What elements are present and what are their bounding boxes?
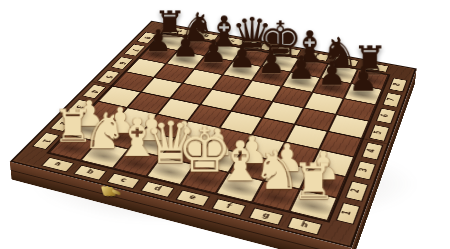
file-label-d: d xyxy=(140,180,174,196)
coordinate-label: h xyxy=(300,221,309,228)
file-label-a: a xyxy=(41,156,74,171)
rank-label-right-2: 2 xyxy=(344,180,368,201)
black-pawn: ♟ xyxy=(228,41,256,71)
file-label-e: e xyxy=(175,189,210,206)
coordinate-label: 1 xyxy=(41,138,51,143)
black-pawn: ♟ xyxy=(172,31,200,60)
coordinate-label: 5 xyxy=(374,130,383,135)
rank-label-right-3: 3 xyxy=(353,160,376,179)
coordinate-label: 5 xyxy=(104,74,113,78)
rank-label-right-4: 4 xyxy=(361,141,383,159)
coordinate-label: d xyxy=(152,185,162,192)
coordinate-label: g xyxy=(261,212,270,219)
coordinate-label: 7 xyxy=(130,48,139,51)
coordinate-label: 6 xyxy=(117,61,126,65)
square-f7: ♟ xyxy=(282,72,321,92)
coordinate-label: f xyxy=(225,203,232,209)
coordinate-label: 7 xyxy=(387,97,396,101)
coordinate-label: 8 xyxy=(393,82,402,86)
coordinate-label: 6 xyxy=(381,113,390,117)
black-pawn: ♟ xyxy=(348,63,378,94)
white-rook: ♜ xyxy=(291,158,335,205)
file-label-h: h xyxy=(286,216,322,234)
square-h6 xyxy=(336,98,376,121)
file-label-b: b xyxy=(73,164,107,180)
coordinate-label: 2 xyxy=(351,187,362,193)
chess-set-photo: abcdefgh abcdefgh 12345678 12345678 ♜♞♝♛… xyxy=(0,0,450,249)
file-label-f: f xyxy=(211,197,246,214)
file-label-g: g xyxy=(248,206,283,224)
coordinate-label: 1 xyxy=(342,209,353,215)
coordinate-label: a xyxy=(53,161,63,167)
coordinate-label: 4 xyxy=(367,148,377,153)
coordinate-label: b xyxy=(85,168,95,174)
black-pawn: ♟ xyxy=(257,46,286,76)
rank-label-right-6: 6 xyxy=(375,107,395,123)
square-h5 xyxy=(328,114,369,138)
black-pawn: ♟ xyxy=(199,36,227,66)
coordinate-label: 3 xyxy=(359,167,369,172)
black-pawn: ♟ xyxy=(287,52,316,83)
rank-label-right-1: 1 xyxy=(335,201,360,223)
black-pawn: ♟ xyxy=(317,57,346,88)
rank-label-right-5: 5 xyxy=(368,124,389,141)
coordinate-label: c xyxy=(119,177,128,183)
square-h7: ♟ xyxy=(344,83,383,104)
rank-label-right-7: 7 xyxy=(382,92,401,107)
coordinate-label: e xyxy=(188,194,197,201)
black-pawn: ♟ xyxy=(144,26,171,55)
